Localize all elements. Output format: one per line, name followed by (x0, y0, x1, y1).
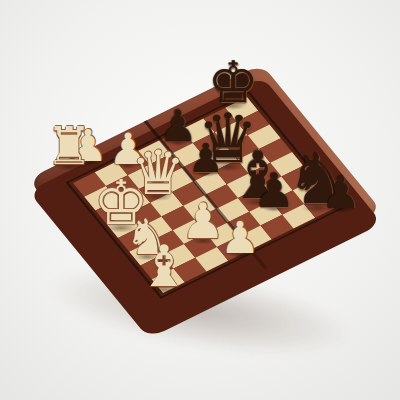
piece-black-pawn-rim-offboard: ♟ (321, 171, 360, 215)
piece-white-pawn-h4: ♟ (220, 216, 259, 260)
piece-white-bishop-h1: ♝ (138, 238, 189, 295)
piece-black-pawn-c5: ♟ (188, 138, 224, 178)
piece-black-pawn-g6: ♟ (253, 167, 295, 214)
chess-photo-stage: ♚♟♟♟♛♜♟♛♝♞♟♟♚♟♟♞♝ (0, 0, 400, 400)
piece-white-rook-rim-offboard: ♜ (46, 120, 93, 172)
